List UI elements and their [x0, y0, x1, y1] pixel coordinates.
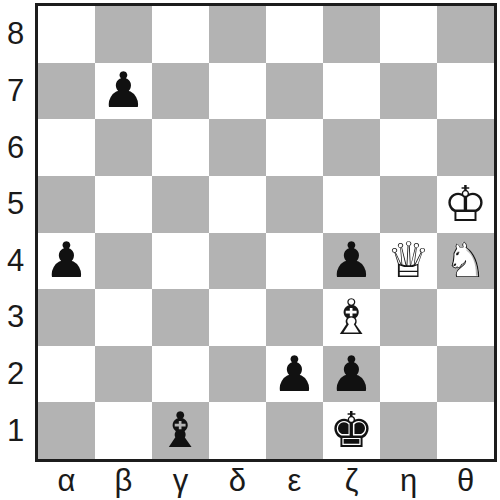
file-labels-row: αβγδεζηθ [38, 461, 494, 500]
square-c8[interactable] [152, 6, 209, 63]
square-h7[interactable] [437, 63, 494, 120]
rank-label-2: 2 [0, 346, 33, 403]
square-a3[interactable] [38, 289, 95, 346]
square-a6[interactable] [38, 119, 95, 176]
square-h6[interactable] [437, 119, 494, 176]
square-b4[interactable] [95, 233, 152, 290]
square-c2[interactable] [152, 346, 209, 403]
square-e4[interactable] [266, 233, 323, 290]
square-a8[interactable] [38, 6, 95, 63]
black-pawn: ♟ [266, 346, 323, 403]
square-b8[interactable] [95, 6, 152, 63]
square-f6[interactable] [323, 119, 380, 176]
square-g4[interactable]: ♛♕ [380, 233, 437, 290]
square-b7[interactable]: ♟ [95, 63, 152, 120]
black-pawn: ♟ [323, 346, 380, 403]
black-pawn-glyph: ♟ [266, 346, 323, 403]
square-b1[interactable] [95, 402, 152, 459]
square-d1[interactable] [209, 402, 266, 459]
rank-label-6: 6 [0, 119, 33, 176]
board-frame: ♟♚♔♟♟♛♕♞♘♝♗♟♟♝♚ [35, 3, 497, 462]
white-king-outline: ♔ [437, 176, 494, 233]
square-d6[interactable] [209, 119, 266, 176]
chess-board: ♟♚♔♟♟♛♕♞♘♝♗♟♟♝♚ [38, 6, 494, 459]
square-a7[interactable] [38, 63, 95, 120]
file-label-c: γ [152, 461, 209, 500]
black-pawn-glyph: ♟ [323, 346, 380, 403]
black-pawn-glyph: ♟ [95, 63, 152, 120]
rank-label-1: 1 [0, 402, 33, 459]
square-h5[interactable]: ♚♔ [437, 176, 494, 233]
black-pawn: ♟ [38, 233, 95, 290]
rank-label-5: 5 [0, 176, 33, 233]
white-queen: ♛♕ [380, 233, 437, 290]
square-g5[interactable] [380, 176, 437, 233]
rank-label-4: 4 [0, 233, 33, 290]
rank-labels-column: 87654321 [0, 6, 33, 459]
square-a1[interactable] [38, 402, 95, 459]
square-d4[interactable] [209, 233, 266, 290]
chess-diagram: 87654321 ♟♚♔♟♟♛♕♞♘♝♗♟♟♝♚ αβγδεζηθ [0, 0, 500, 500]
file-label-d: δ [209, 461, 266, 500]
square-d2[interactable] [209, 346, 266, 403]
square-a2[interactable] [38, 346, 95, 403]
square-g2[interactable] [380, 346, 437, 403]
square-g3[interactable] [380, 289, 437, 346]
square-e2[interactable]: ♟ [266, 346, 323, 403]
square-e7[interactable] [266, 63, 323, 120]
square-e1[interactable] [266, 402, 323, 459]
square-c7[interactable] [152, 63, 209, 120]
square-c5[interactable] [152, 176, 209, 233]
square-g1[interactable] [380, 402, 437, 459]
white-bishop-outline: ♗ [323, 289, 380, 346]
black-king-glyph: ♚ [323, 402, 380, 459]
square-a5[interactable] [38, 176, 95, 233]
square-e3[interactable] [266, 289, 323, 346]
rank-label-8: 8 [0, 6, 33, 63]
rank-label-3: 3 [0, 289, 33, 346]
square-f3[interactable]: ♝♗ [323, 289, 380, 346]
white-knight-outline: ♘ [437, 233, 494, 290]
file-label-b: β [95, 461, 152, 500]
file-label-f: ζ [323, 461, 380, 500]
square-d3[interactable] [209, 289, 266, 346]
file-label-e: ε [266, 461, 323, 500]
square-h1[interactable] [437, 402, 494, 459]
rank-label-7: 7 [0, 63, 33, 120]
file-label-h: θ [437, 461, 494, 500]
square-b6[interactable] [95, 119, 152, 176]
square-d5[interactable] [209, 176, 266, 233]
white-bishop: ♝♗ [323, 289, 380, 346]
square-f7[interactable] [323, 63, 380, 120]
black-king: ♚ [323, 402, 380, 459]
square-c4[interactable] [152, 233, 209, 290]
square-f4[interactable]: ♟ [323, 233, 380, 290]
square-e8[interactable] [266, 6, 323, 63]
square-h4[interactable]: ♞♘ [437, 233, 494, 290]
white-knight: ♞♘ [437, 233, 494, 290]
black-bishop-glyph: ♝ [152, 402, 209, 459]
square-g8[interactable] [380, 6, 437, 63]
square-f5[interactable] [323, 176, 380, 233]
square-f1[interactable]: ♚ [323, 402, 380, 459]
square-f8[interactable] [323, 6, 380, 63]
square-a4[interactable]: ♟ [38, 233, 95, 290]
black-pawn-glyph: ♟ [38, 233, 95, 290]
square-b2[interactable] [95, 346, 152, 403]
square-h3[interactable] [437, 289, 494, 346]
file-label-a: α [38, 461, 95, 500]
black-bishop: ♝ [152, 402, 209, 459]
square-c1[interactable]: ♝ [152, 402, 209, 459]
square-g7[interactable] [380, 63, 437, 120]
file-label-g: η [380, 461, 437, 500]
square-g6[interactable] [380, 119, 437, 176]
square-e6[interactable] [266, 119, 323, 176]
white-queen-outline: ♕ [380, 233, 437, 290]
square-h8[interactable] [437, 6, 494, 63]
black-pawn: ♟ [95, 63, 152, 120]
square-d7[interactable] [209, 63, 266, 120]
square-c3[interactable] [152, 289, 209, 346]
black-pawn: ♟ [323, 233, 380, 290]
square-c6[interactable] [152, 119, 209, 176]
square-b5[interactable] [95, 176, 152, 233]
square-e5[interactable] [266, 176, 323, 233]
white-king: ♚♔ [437, 176, 494, 233]
square-b3[interactable] [95, 289, 152, 346]
square-f2[interactable]: ♟ [323, 346, 380, 403]
square-h2[interactable] [437, 346, 494, 403]
black-pawn-glyph: ♟ [323, 233, 380, 290]
square-d8[interactable] [209, 6, 266, 63]
